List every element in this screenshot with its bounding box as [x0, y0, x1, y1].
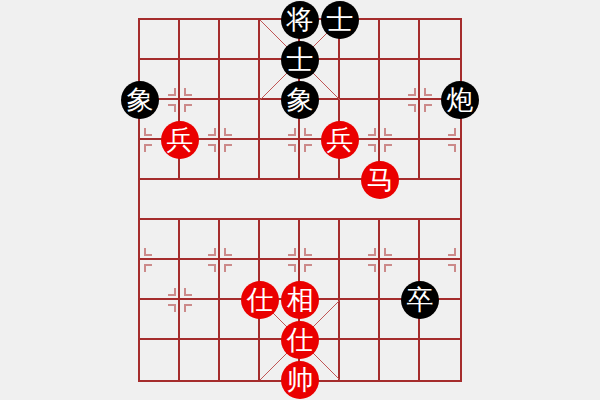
- point-marker-corner: [304, 264, 312, 272]
- piece-red-advisor[interactable]: 仕: [281, 321, 319, 359]
- point-marker-corner: [384, 248, 392, 256]
- point-marker-corner: [384, 144, 392, 152]
- point-marker-corner: [408, 88, 416, 96]
- point-marker-corner: [304, 128, 312, 136]
- point-marker-corner: [424, 104, 432, 112]
- piece-black-advisor[interactable]: 士: [321, 1, 359, 39]
- piece-black-elephant[interactable]: 象: [121, 81, 159, 119]
- point-marker-corner: [288, 264, 296, 272]
- point-marker-corner: [408, 104, 416, 112]
- piece-red-horse[interactable]: 马: [361, 161, 399, 199]
- piece-red-general[interactable]: 帅: [281, 361, 319, 399]
- point-marker-corner: [144, 128, 152, 136]
- point-marker-corner: [208, 144, 216, 152]
- piece-red-soldier[interactable]: 兵: [161, 121, 199, 159]
- point-marker-corner: [224, 128, 232, 136]
- point-marker-corner: [384, 128, 392, 136]
- point-marker-corner: [208, 248, 216, 256]
- point-marker-corner: [448, 128, 456, 136]
- point-marker-corner: [424, 88, 432, 96]
- point-marker-corner: [448, 144, 456, 152]
- point-marker-corner: [184, 288, 192, 296]
- piece-black-general[interactable]: 将: [281, 1, 319, 39]
- point-marker-corner: [368, 144, 376, 152]
- point-marker-corner: [304, 144, 312, 152]
- screen: 将士士象象炮兵兵马仕相卒仕帅: [0, 0, 600, 400]
- point-marker-corner: [384, 264, 392, 272]
- piece-black-elephant[interactable]: 象: [281, 81, 319, 119]
- point-marker-corner: [224, 248, 232, 256]
- point-marker-corner: [184, 88, 192, 96]
- point-marker-corner: [184, 104, 192, 112]
- point-marker-corner: [288, 248, 296, 256]
- point-marker-corner: [288, 128, 296, 136]
- point-marker-corner: [144, 248, 152, 256]
- point-marker-corner: [304, 248, 312, 256]
- piece-black-soldier[interactable]: 卒: [401, 281, 439, 319]
- point-marker-corner: [224, 144, 232, 152]
- point-marker-corner: [208, 128, 216, 136]
- point-marker-corner: [184, 304, 192, 312]
- piece-black-cannon[interactable]: 炮: [441, 81, 479, 119]
- piece-red-elephant[interactable]: 相: [281, 281, 319, 319]
- point-marker-corner: [168, 304, 176, 312]
- piece-red-soldier[interactable]: 兵: [321, 121, 359, 159]
- point-marker-corner: [224, 264, 232, 272]
- point-marker-corner: [368, 248, 376, 256]
- point-marker-corner: [144, 264, 152, 272]
- point-marker-corner: [448, 264, 456, 272]
- piece-red-advisor[interactable]: 仕: [241, 281, 279, 319]
- point-marker-corner: [144, 144, 152, 152]
- xiangqi-board[interactable]: 将士士象象炮兵兵马仕相卒仕帅: [140, 20, 460, 380]
- piece-black-advisor[interactable]: 士: [281, 41, 319, 79]
- point-marker-corner: [448, 248, 456, 256]
- point-marker-corner: [208, 264, 216, 272]
- point-marker-corner: [168, 88, 176, 96]
- point-marker-corner: [168, 288, 176, 296]
- point-marker-corner: [288, 144, 296, 152]
- point-marker-corner: [368, 128, 376, 136]
- point-marker-corner: [368, 264, 376, 272]
- point-marker-corner: [168, 104, 176, 112]
